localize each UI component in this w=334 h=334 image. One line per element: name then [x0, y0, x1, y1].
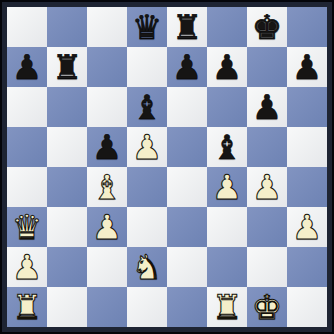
square-h1[interactable]: [287, 287, 327, 327]
square-b3[interactable]: [47, 207, 87, 247]
square-f4[interactable]: ♟: [207, 167, 247, 207]
square-d1[interactable]: [127, 287, 167, 327]
square-g1[interactable]: ♚: [247, 287, 287, 327]
square-b6[interactable]: [47, 87, 87, 127]
square-a7[interactable]: ♟: [7, 47, 47, 87]
white-pawn-piece[interactable]: ♟: [292, 210, 322, 244]
square-h2[interactable]: [287, 247, 327, 287]
square-b4[interactable]: [47, 167, 87, 207]
black-queen-piece[interactable]: ♛: [132, 10, 162, 44]
white-pawn-piece[interactable]: ♟: [92, 210, 122, 244]
square-b5[interactable]: [47, 127, 87, 167]
square-e7[interactable]: ♟: [167, 47, 207, 87]
square-d7[interactable]: [127, 47, 167, 87]
square-a2[interactable]: ♟: [7, 247, 47, 287]
black-king-piece[interactable]: ♚: [252, 10, 282, 44]
square-c5[interactable]: ♟: [87, 127, 127, 167]
white-bishop-piece[interactable]: ♝: [92, 170, 122, 204]
square-g7[interactable]: [247, 47, 287, 87]
square-b2[interactable]: [47, 247, 87, 287]
square-e6[interactable]: [167, 87, 207, 127]
square-h8[interactable]: [287, 7, 327, 47]
square-g4[interactable]: ♟: [247, 167, 287, 207]
white-rook-piece[interactable]: ♜: [12, 290, 42, 324]
square-f1[interactable]: ♜: [207, 287, 247, 327]
square-f3[interactable]: [207, 207, 247, 247]
square-c7[interactable]: [87, 47, 127, 87]
square-e8[interactable]: ♜: [167, 7, 207, 47]
square-b7[interactable]: ♜: [47, 47, 87, 87]
black-bishop-piece[interactable]: ♝: [132, 90, 162, 124]
square-h7[interactable]: ♟: [287, 47, 327, 87]
black-pawn-piece[interactable]: ♟: [212, 50, 242, 84]
black-pawn-piece[interactable]: ♟: [292, 50, 322, 84]
square-d4[interactable]: [127, 167, 167, 207]
square-c4[interactable]: ♝: [87, 167, 127, 207]
square-h5[interactable]: [287, 127, 327, 167]
square-f6[interactable]: [207, 87, 247, 127]
square-c3[interactable]: ♟: [87, 207, 127, 247]
black-rook-piece[interactable]: ♜: [172, 10, 202, 44]
square-d2[interactable]: ♞: [127, 247, 167, 287]
black-pawn-piece[interactable]: ♟: [92, 130, 122, 164]
square-c2[interactable]: [87, 247, 127, 287]
square-a5[interactable]: [7, 127, 47, 167]
square-f8[interactable]: [207, 7, 247, 47]
square-h3[interactable]: ♟: [287, 207, 327, 247]
white-rook-piece[interactable]: ♜: [212, 290, 242, 324]
white-pawn-piece[interactable]: ♟: [132, 130, 162, 164]
white-pawn-piece[interactable]: ♟: [12, 250, 42, 284]
square-b8[interactable]: [47, 7, 87, 47]
square-f5[interactable]: ♝: [207, 127, 247, 167]
black-pawn-piece[interactable]: ♟: [172, 50, 202, 84]
square-c8[interactable]: [87, 7, 127, 47]
square-h6[interactable]: [287, 87, 327, 127]
square-c1[interactable]: [87, 287, 127, 327]
square-g2[interactable]: [247, 247, 287, 287]
square-h4[interactable]: [287, 167, 327, 207]
white-pawn-piece[interactable]: ♟: [252, 170, 282, 204]
square-e1[interactable]: [167, 287, 207, 327]
black-pawn-piece[interactable]: ♟: [252, 90, 282, 124]
square-a3[interactable]: ♛: [7, 207, 47, 247]
square-d8[interactable]: ♛: [127, 7, 167, 47]
black-bishop-piece[interactable]: ♝: [212, 130, 242, 164]
black-rook-piece[interactable]: ♜: [52, 50, 82, 84]
board-frame: ♛♜♚♟♜♟♟♟♝♟♟♟♝♝♟♟♛♟♟♟♞♜♜♚: [0, 0, 334, 334]
square-e4[interactable]: [167, 167, 207, 207]
white-pawn-piece[interactable]: ♟: [212, 170, 242, 204]
square-d5[interactable]: ♟: [127, 127, 167, 167]
square-a4[interactable]: [7, 167, 47, 207]
square-c6[interactable]: [87, 87, 127, 127]
square-g3[interactable]: [247, 207, 287, 247]
white-king-piece[interactable]: ♚: [252, 290, 282, 324]
white-queen-piece[interactable]: ♛: [12, 210, 42, 244]
square-g8[interactable]: ♚: [247, 7, 287, 47]
square-f7[interactable]: ♟: [207, 47, 247, 87]
black-pawn-piece[interactable]: ♟: [12, 50, 42, 84]
square-f2[interactable]: [207, 247, 247, 287]
white-knight-piece[interactable]: ♞: [132, 250, 162, 284]
square-e5[interactable]: [167, 127, 207, 167]
chess-board: ♛♜♚♟♜♟♟♟♝♟♟♟♝♝♟♟♛♟♟♟♞♜♜♚: [7, 7, 327, 327]
square-a6[interactable]: [7, 87, 47, 127]
square-a8[interactable]: [7, 7, 47, 47]
square-a1[interactable]: ♜: [7, 287, 47, 327]
square-e3[interactable]: [167, 207, 207, 247]
square-b1[interactable]: [47, 287, 87, 327]
square-g5[interactable]: [247, 127, 287, 167]
square-g6[interactable]: ♟: [247, 87, 287, 127]
square-e2[interactable]: [167, 247, 207, 287]
square-d3[interactable]: [127, 207, 167, 247]
square-d6[interactable]: ♝: [127, 87, 167, 127]
